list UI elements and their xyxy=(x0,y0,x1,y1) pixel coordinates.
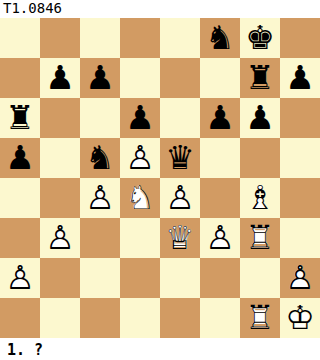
square-c7[interactable]: ♟ xyxy=(80,58,120,98)
square-a4[interactable] xyxy=(0,178,40,218)
square-a1[interactable] xyxy=(0,298,40,338)
square-e6[interactable] xyxy=(160,98,200,138)
square-b2[interactable] xyxy=(40,258,80,298)
square-a2[interactable]: ♟♙ xyxy=(0,258,40,298)
square-f1[interactable] xyxy=(200,298,240,338)
square-g2[interactable] xyxy=(240,258,280,298)
square-e3[interactable]: ♛♕ xyxy=(160,218,200,258)
square-c8[interactable] xyxy=(80,18,120,58)
piece-white-rook: ♜♖ xyxy=(240,218,280,258)
piece-white-pawn: ♟♙ xyxy=(40,218,80,258)
square-h1[interactable]: ♚♔ xyxy=(280,298,320,338)
square-d7[interactable] xyxy=(120,58,160,98)
square-d1[interactable] xyxy=(120,298,160,338)
square-a3[interactable] xyxy=(0,218,40,258)
piece-black-knight: ♞ xyxy=(80,138,120,178)
square-h2[interactable]: ♟♙ xyxy=(280,258,320,298)
piece-black-pawn: ♟ xyxy=(80,58,120,98)
square-d3[interactable] xyxy=(120,218,160,258)
square-h3[interactable] xyxy=(280,218,320,258)
piece-white-king: ♚♔ xyxy=(280,298,320,338)
square-g7[interactable]: ♜ xyxy=(240,58,280,98)
piece-white-pawn: ♟♙ xyxy=(120,138,160,178)
square-f7[interactable] xyxy=(200,58,240,98)
square-d5[interactable]: ♟♙ xyxy=(120,138,160,178)
chess-puzzle-page: T1.0846 ♞♚♟♟♜♟♜♟♟♟♟♞♟♙♛♟♙♞♘♟♙♝♗♟♙♛♕♟♙♜♖♟… xyxy=(0,0,320,360)
piece-white-knight: ♞♘ xyxy=(120,178,160,218)
square-f6[interactable]: ♟ xyxy=(200,98,240,138)
square-b5[interactable] xyxy=(40,138,80,178)
piece-white-bishop: ♝♗ xyxy=(240,178,280,218)
piece-white-pawn: ♟♙ xyxy=(200,218,240,258)
square-f8[interactable]: ♞ xyxy=(200,18,240,58)
square-d6[interactable]: ♟ xyxy=(120,98,160,138)
piece-white-pawn: ♟♙ xyxy=(160,178,200,218)
puzzle-id: T1.0846 xyxy=(0,0,320,18)
square-b3[interactable]: ♟♙ xyxy=(40,218,80,258)
piece-black-rook: ♜ xyxy=(0,98,40,138)
square-a8[interactable] xyxy=(0,18,40,58)
square-a5[interactable]: ♟ xyxy=(0,138,40,178)
square-e8[interactable] xyxy=(160,18,200,58)
square-a7[interactable] xyxy=(0,58,40,98)
square-b4[interactable] xyxy=(40,178,80,218)
square-g4[interactable]: ♝♗ xyxy=(240,178,280,218)
square-f2[interactable] xyxy=(200,258,240,298)
square-h7[interactable]: ♟ xyxy=(280,58,320,98)
square-b7[interactable]: ♟ xyxy=(40,58,80,98)
piece-black-pawn: ♟ xyxy=(40,58,80,98)
piece-black-pawn: ♟ xyxy=(280,58,320,98)
piece-black-pawn: ♟ xyxy=(120,98,160,138)
piece-white-queen: ♛♕ xyxy=(160,218,200,258)
square-e4[interactable]: ♟♙ xyxy=(160,178,200,218)
square-h5[interactable] xyxy=(280,138,320,178)
piece-white-pawn: ♟♙ xyxy=(80,178,120,218)
square-e5[interactable]: ♛ xyxy=(160,138,200,178)
piece-black-pawn: ♟ xyxy=(240,98,280,138)
square-c5[interactable]: ♞ xyxy=(80,138,120,178)
piece-black-pawn: ♟ xyxy=(0,138,40,178)
square-d8[interactable] xyxy=(120,18,160,58)
square-d2[interactable] xyxy=(120,258,160,298)
square-f5[interactable] xyxy=(200,138,240,178)
square-h8[interactable] xyxy=(280,18,320,58)
square-b8[interactable] xyxy=(40,18,80,58)
square-h6[interactable] xyxy=(280,98,320,138)
square-g6[interactable]: ♟ xyxy=(240,98,280,138)
square-c3[interactable] xyxy=(80,218,120,258)
square-d4[interactable]: ♞♘ xyxy=(120,178,160,218)
piece-black-knight: ♞ xyxy=(200,18,240,58)
square-b1[interactable] xyxy=(40,298,80,338)
piece-white-pawn: ♟♙ xyxy=(0,258,40,298)
square-e2[interactable] xyxy=(160,258,200,298)
square-c2[interactable] xyxy=(80,258,120,298)
square-g3[interactable]: ♜♖ xyxy=(240,218,280,258)
square-f4[interactable] xyxy=(200,178,240,218)
piece-black-pawn: ♟ xyxy=(200,98,240,138)
square-g1[interactable]: ♜♖ xyxy=(240,298,280,338)
square-g8[interactable]: ♚ xyxy=(240,18,280,58)
chess-board: ♞♚♟♟♜♟♜♟♟♟♟♞♟♙♛♟♙♞♘♟♙♝♗♟♙♛♕♟♙♜♖♟♙♟♙♜♖♚♔ xyxy=(0,18,320,338)
piece-black-queen: ♛ xyxy=(160,138,200,178)
square-e1[interactable] xyxy=(160,298,200,338)
square-g5[interactable] xyxy=(240,138,280,178)
piece-white-pawn: ♟♙ xyxy=(280,258,320,298)
square-c1[interactable] xyxy=(80,298,120,338)
piece-black-king: ♚ xyxy=(240,18,280,58)
move-prompt: 1. ? xyxy=(0,338,320,359)
square-c4[interactable]: ♟♙ xyxy=(80,178,120,218)
square-c6[interactable] xyxy=(80,98,120,138)
square-h4[interactable] xyxy=(280,178,320,218)
square-a6[interactable]: ♜ xyxy=(0,98,40,138)
square-e7[interactable] xyxy=(160,58,200,98)
square-b6[interactable] xyxy=(40,98,80,138)
piece-white-rook: ♜♖ xyxy=(240,298,280,338)
square-f3[interactable]: ♟♙ xyxy=(200,218,240,258)
piece-black-rook: ♜ xyxy=(240,58,280,98)
